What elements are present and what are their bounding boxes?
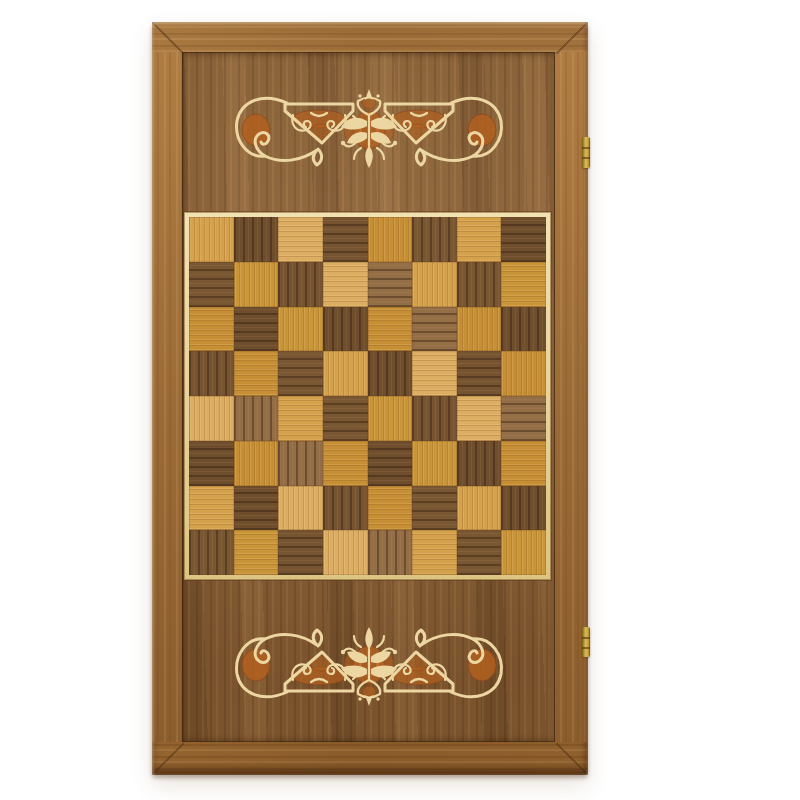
game-box xyxy=(152,22,588,775)
board-square[interactable] xyxy=(412,307,457,352)
board-square[interactable] xyxy=(323,351,368,396)
board-square[interactable] xyxy=(501,441,546,486)
board-square[interactable] xyxy=(234,351,279,396)
board-square[interactable] xyxy=(234,217,279,262)
board-square[interactable] xyxy=(323,217,368,262)
board-square[interactable] xyxy=(189,262,234,307)
board-square[interactable] xyxy=(412,217,457,262)
board-square[interactable] xyxy=(457,351,502,396)
board-square[interactable] xyxy=(457,486,502,531)
board-square[interactable] xyxy=(412,396,457,441)
board-square[interactable] xyxy=(234,441,279,486)
board-square[interactable] xyxy=(457,396,502,441)
board-square[interactable] xyxy=(501,351,546,396)
board-square[interactable] xyxy=(323,307,368,352)
board-square[interactable] xyxy=(368,217,413,262)
board-square[interactable] xyxy=(189,307,234,352)
bottom-ornament-inlay xyxy=(227,623,510,707)
board-square[interactable] xyxy=(323,396,368,441)
board-square[interactable] xyxy=(501,530,546,575)
board-square[interactable] xyxy=(412,441,457,486)
board-square[interactable] xyxy=(457,217,502,262)
board-square[interactable] xyxy=(234,486,279,531)
board-square[interactable] xyxy=(278,441,323,486)
board-grid xyxy=(189,217,546,575)
board-square[interactable] xyxy=(412,351,457,396)
board-square[interactable] xyxy=(368,262,413,307)
board-square[interactable] xyxy=(368,396,413,441)
board-square[interactable] xyxy=(278,217,323,262)
board-square[interactable] xyxy=(412,530,457,575)
board-square[interactable] xyxy=(412,486,457,531)
frame-top xyxy=(152,22,588,52)
board-square[interactable] xyxy=(501,217,546,262)
board-square[interactable] xyxy=(501,262,546,307)
board-square[interactable] xyxy=(278,307,323,352)
board-square[interactable] xyxy=(189,217,234,262)
board-square[interactable] xyxy=(278,351,323,396)
board-square[interactable] xyxy=(457,441,502,486)
board-square[interactable] xyxy=(501,486,546,531)
board-square[interactable] xyxy=(457,307,502,352)
top-ornament-inlay xyxy=(227,88,510,172)
board-square[interactable] xyxy=(189,441,234,486)
board-square[interactable] xyxy=(234,307,279,352)
board-square[interactable] xyxy=(278,486,323,531)
board-square[interactable] xyxy=(189,530,234,575)
board-square[interactable] xyxy=(412,262,457,307)
board-square[interactable] xyxy=(189,351,234,396)
board-square[interactable] xyxy=(368,351,413,396)
product-photo xyxy=(0,0,800,800)
board-square[interactable] xyxy=(234,262,279,307)
brass-hinge-top xyxy=(582,137,590,168)
frame-bottom xyxy=(152,742,588,775)
board-square[interactable] xyxy=(457,530,502,575)
board-square[interactable] xyxy=(368,486,413,531)
brass-hinge-bottom xyxy=(582,627,590,657)
board-square[interactable] xyxy=(501,307,546,352)
board-square[interactable] xyxy=(323,486,368,531)
board-square[interactable] xyxy=(278,262,323,307)
chessboard xyxy=(184,212,551,580)
board-square[interactable] xyxy=(278,530,323,575)
walnut-panel xyxy=(182,52,555,742)
board-square[interactable] xyxy=(457,262,502,307)
board-square[interactable] xyxy=(368,530,413,575)
board-square[interactable] xyxy=(189,396,234,441)
board-square[interactable] xyxy=(368,307,413,352)
board-square[interactable] xyxy=(234,530,279,575)
board-square[interactable] xyxy=(501,396,546,441)
board-square[interactable] xyxy=(323,530,368,575)
board-square[interactable] xyxy=(368,441,413,486)
board-square[interactable] xyxy=(323,262,368,307)
board-square[interactable] xyxy=(278,396,323,441)
board-square[interactable] xyxy=(323,441,368,486)
board-square[interactable] xyxy=(189,486,234,531)
board-square[interactable] xyxy=(234,396,279,441)
